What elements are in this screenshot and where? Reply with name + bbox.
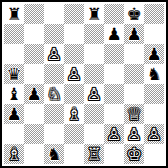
square-c8[interactable] [44, 4, 64, 24]
square-e3[interactable] [84, 104, 104, 124]
square-h7[interactable] [144, 24, 164, 44]
square-h5[interactable]: ♞ [144, 64, 164, 84]
white-pawn: ♙ [106, 124, 121, 144]
square-h2[interactable]: ♙ [144, 124, 164, 144]
square-a4[interactable]: ♝ [4, 84, 24, 104]
square-c5[interactable] [44, 64, 64, 84]
white-pawn: ♙ [66, 64, 81, 84]
square-b2[interactable] [24, 124, 44, 144]
square-d5[interactable]: ♙ [64, 64, 84, 84]
square-b3[interactable] [24, 104, 44, 124]
square-e8[interactable]: ♜ [84, 4, 104, 24]
square-h1[interactable] [144, 144, 164, 164]
square-f3[interactable] [104, 104, 124, 124]
square-c6[interactable]: ♙ [44, 44, 64, 64]
square-d6[interactable] [64, 44, 84, 64]
black-bishop: ♝ [6, 84, 21, 104]
white-rook: ♖ [86, 144, 101, 164]
white-king: ♔ [126, 144, 141, 164]
square-h8[interactable] [144, 4, 164, 24]
square-g5[interactable] [124, 64, 144, 84]
square-g2[interactable]: ♙ [124, 124, 144, 144]
square-e4[interactable]: ♙ [84, 84, 104, 104]
chess-board: ♜♜♚♟♟♙♟♛♙♞♝♟♘♙♟♗♕♙♙♙♗♞♖♔ [0, 0, 168, 168]
white-pawn: ♙ [46, 44, 61, 64]
board-grid: ♜♜♚♟♟♙♟♛♙♞♝♟♘♙♟♗♕♙♙♙♗♞♖♔ [4, 4, 164, 164]
black-pawn: ♟ [126, 24, 141, 44]
square-b4[interactable]: ♟ [24, 84, 44, 104]
square-a2[interactable] [4, 124, 24, 144]
white-pawn: ♙ [126, 124, 141, 144]
square-a1[interactable]: ♗ [4, 144, 24, 164]
black-rook: ♜ [86, 4, 101, 24]
square-d4[interactable] [64, 84, 84, 104]
black-rook: ♜ [6, 4, 21, 24]
square-c3[interactable] [44, 104, 64, 124]
square-a5[interactable]: ♛ [4, 64, 24, 84]
white-bishop: ♗ [6, 144, 21, 164]
square-f4[interactable] [104, 84, 124, 104]
square-g8[interactable]: ♚ [124, 4, 144, 24]
black-pawn: ♟ [26, 84, 41, 104]
square-e1[interactable]: ♖ [84, 144, 104, 164]
square-a8[interactable]: ♜ [4, 4, 24, 24]
square-b1[interactable] [24, 144, 44, 164]
square-f7[interactable]: ♟ [104, 24, 124, 44]
black-king: ♚ [126, 4, 141, 24]
square-d1[interactable] [64, 144, 84, 164]
square-b6[interactable] [24, 44, 44, 64]
square-g3[interactable]: ♕ [124, 104, 144, 124]
square-f5[interactable] [104, 64, 124, 84]
square-c2[interactable] [44, 124, 64, 144]
square-h6[interactable]: ♟ [144, 44, 164, 64]
white-knight: ♘ [46, 84, 61, 104]
white-queen: ♕ [126, 104, 141, 124]
square-d7[interactable] [64, 24, 84, 44]
square-c1[interactable]: ♞ [44, 144, 64, 164]
square-c7[interactable] [44, 24, 64, 44]
white-pawn: ♙ [146, 124, 161, 144]
square-e7[interactable] [84, 24, 104, 44]
square-g7[interactable]: ♟ [124, 24, 144, 44]
square-b5[interactable] [24, 64, 44, 84]
black-pawn: ♟ [106, 24, 121, 44]
white-bishop: ♗ [66, 104, 81, 124]
square-f2[interactable]: ♙ [104, 124, 124, 144]
square-f8[interactable] [104, 4, 124, 24]
square-g1[interactable]: ♔ [124, 144, 144, 164]
black-pawn: ♟ [146, 44, 161, 64]
square-c4[interactable]: ♘ [44, 84, 64, 104]
square-b7[interactable] [24, 24, 44, 44]
square-e6[interactable] [84, 44, 104, 64]
square-a7[interactable] [4, 24, 24, 44]
black-queen: ♛ [6, 64, 21, 84]
square-a6[interactable] [4, 44, 24, 64]
black-knight: ♞ [46, 144, 61, 164]
black-knight: ♞ [146, 64, 161, 84]
square-e5[interactable] [84, 64, 104, 84]
square-a3[interactable]: ♟ [4, 104, 24, 124]
square-d2[interactable] [64, 124, 84, 144]
white-pawn: ♙ [86, 84, 101, 104]
square-f6[interactable] [104, 44, 124, 64]
square-g6[interactable] [124, 44, 144, 64]
square-h4[interactable] [144, 84, 164, 104]
square-f1[interactable] [104, 144, 124, 164]
black-pawn: ♟ [6, 104, 21, 124]
square-e2[interactable] [84, 124, 104, 144]
square-h3[interactable] [144, 104, 164, 124]
square-d8[interactable] [64, 4, 84, 24]
square-g4[interactable] [124, 84, 144, 104]
square-b8[interactable] [24, 4, 44, 24]
square-d3[interactable]: ♗ [64, 104, 84, 124]
